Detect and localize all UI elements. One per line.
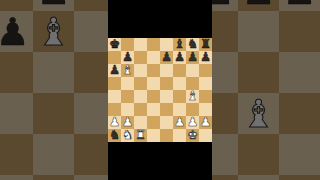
square-d1 bbox=[147, 129, 160, 142]
square-d3 bbox=[147, 103, 160, 116]
square-g7: ♟ bbox=[186, 51, 199, 64]
square-h3 bbox=[279, 134, 320, 175]
square-c3 bbox=[134, 103, 147, 116]
square-a1: ♞ bbox=[108, 129, 121, 142]
piece-white-bishop: ♝ bbox=[36, 12, 70, 50]
square-h5 bbox=[199, 77, 212, 90]
piece-white-pawn: ♟ bbox=[200, 116, 211, 129]
square-b6: ♝ bbox=[33, 11, 74, 52]
piece-black-pawn: ♟ bbox=[241, 0, 275, 9]
piece-white-pawn: ♟ bbox=[174, 116, 185, 129]
square-g6 bbox=[186, 64, 199, 77]
square-d4 bbox=[147, 90, 160, 103]
square-d7 bbox=[147, 51, 160, 64]
square-g5 bbox=[238, 52, 279, 93]
square-h5 bbox=[279, 52, 320, 93]
square-h2: ♟ bbox=[279, 175, 320, 180]
piece-black-knight: ♞ bbox=[109, 129, 120, 142]
square-b1: ♞ bbox=[121, 129, 134, 142]
square-a5 bbox=[0, 52, 33, 93]
piece-white-bishop: ♝ bbox=[122, 64, 133, 77]
piece-black-pawn: ♟ bbox=[0, 12, 30, 50]
square-a3 bbox=[0, 134, 33, 175]
square-e1 bbox=[160, 129, 173, 142]
square-e3 bbox=[160, 103, 173, 116]
piece-white-king: ♚ bbox=[187, 129, 198, 142]
square-a8: ♚ bbox=[108, 38, 121, 51]
square-a2: ♟ bbox=[0, 175, 33, 180]
square-a5 bbox=[108, 77, 121, 90]
square-h1 bbox=[199, 129, 212, 142]
piece-white-rook: ♜ bbox=[135, 129, 146, 142]
square-c1: ♜ bbox=[134, 129, 147, 142]
square-f7: ♟ bbox=[173, 51, 186, 64]
square-h7: ♟ bbox=[199, 51, 212, 64]
piece-white-pawn: ♟ bbox=[0, 176, 30, 180]
square-a6: ♟ bbox=[0, 11, 33, 52]
square-c7 bbox=[134, 51, 147, 64]
square-c6 bbox=[134, 64, 147, 77]
piece-black-pawn: ♟ bbox=[161, 51, 172, 64]
square-g4: ♝ bbox=[238, 93, 279, 134]
piece-black-pawn: ♟ bbox=[109, 64, 120, 77]
square-d5 bbox=[147, 77, 160, 90]
square-b5 bbox=[121, 77, 134, 90]
square-g4: ♝ bbox=[186, 90, 199, 103]
square-g6 bbox=[238, 11, 279, 52]
square-f5 bbox=[173, 77, 186, 90]
square-h7: ♟ bbox=[279, 0, 320, 11]
square-f6 bbox=[173, 64, 186, 77]
square-e2 bbox=[160, 116, 173, 129]
square-d8 bbox=[147, 38, 160, 51]
piece-white-bishop: ♝ bbox=[187, 90, 198, 103]
piece-white-pawn: ♟ bbox=[282, 176, 316, 180]
piece-black-pawn: ♟ bbox=[36, 0, 70, 9]
square-g3 bbox=[238, 134, 279, 175]
square-f4 bbox=[173, 90, 186, 103]
video-letterbox-column: ♚♝♞♜♟♟♟♟♟♟♝♝♟♟♟♟♟♞♞♜♚ bbox=[108, 0, 212, 180]
piece-black-king: ♚ bbox=[109, 38, 120, 51]
square-g1: ♚ bbox=[186, 129, 199, 142]
square-d2 bbox=[147, 116, 160, 129]
shorts-video-frame: ♚♝♞♜♟♟♟♟♟♟♝♝♟♟♟♟♟♞♞♜♚ ♚♝♞♜♟♟♟♟♟♟♝♝♟♟♟♟♟♞… bbox=[0, 0, 320, 180]
square-g7: ♟ bbox=[238, 0, 279, 11]
piece-white-knight: ♞ bbox=[122, 129, 133, 142]
piece-black-pawn: ♟ bbox=[282, 0, 316, 9]
piece-white-bishop: ♝ bbox=[241, 94, 275, 132]
square-h4 bbox=[279, 93, 320, 134]
square-h4 bbox=[199, 90, 212, 103]
square-b2: ♟ bbox=[33, 175, 74, 180]
square-h2: ♟ bbox=[199, 116, 212, 129]
piece-black-pawn: ♟ bbox=[174, 51, 185, 64]
square-f2: ♟ bbox=[173, 116, 186, 129]
square-f1 bbox=[173, 129, 186, 142]
square-h6 bbox=[279, 11, 320, 52]
square-e7: ♟ bbox=[160, 51, 173, 64]
piece-black-pawn: ♟ bbox=[187, 51, 198, 64]
square-e6 bbox=[160, 64, 173, 77]
piece-white-pawn: ♟ bbox=[241, 176, 275, 180]
piece-white-pawn: ♟ bbox=[36, 176, 70, 180]
square-c8 bbox=[134, 38, 147, 51]
square-b3 bbox=[33, 134, 74, 175]
square-d6 bbox=[147, 64, 160, 77]
chess-board: ♚♝♞♜♟♟♟♟♟♟♝♝♟♟♟♟♟♞♞♜♚ bbox=[108, 38, 212, 142]
square-b4 bbox=[33, 93, 74, 134]
square-a4 bbox=[0, 93, 33, 134]
square-c4 bbox=[134, 90, 147, 103]
square-a4 bbox=[108, 90, 121, 103]
square-b4 bbox=[121, 90, 134, 103]
square-e5 bbox=[160, 77, 173, 90]
square-a6: ♟ bbox=[108, 64, 121, 77]
piece-black-pawn: ♟ bbox=[200, 51, 211, 64]
square-b5 bbox=[33, 52, 74, 93]
square-c5 bbox=[134, 77, 147, 90]
square-e4 bbox=[160, 90, 173, 103]
square-h6 bbox=[199, 64, 212, 77]
square-b6: ♝ bbox=[121, 64, 134, 77]
square-g2: ♟ bbox=[238, 175, 279, 180]
